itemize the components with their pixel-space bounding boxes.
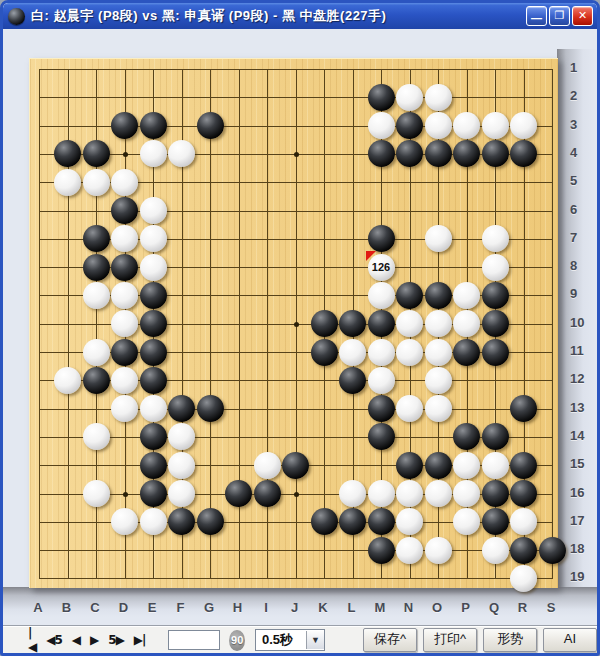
white-stone-C16 <box>83 480 110 507</box>
nav-first-button[interactable]: |◀ <box>25 624 39 656</box>
star-point <box>294 322 299 327</box>
row-label-12: 12 <box>570 371 584 386</box>
row-label-6: 6 <box>570 201 577 216</box>
black-stone-N9 <box>396 282 423 309</box>
col-label-C: C <box>90 600 99 615</box>
black-stone-O4 <box>425 140 452 167</box>
black-stone-L12 <box>339 367 366 394</box>
white-stone-M8: 126 <box>368 254 395 281</box>
col-label-G: G <box>204 600 214 615</box>
black-stone-M14 <box>368 423 395 450</box>
white-stone-N2 <box>396 84 423 111</box>
col-label-F: F <box>177 600 185 615</box>
nav-group: |◀◀5◀▶5▶▶| <box>25 624 148 656</box>
toolbar: |◀◀5◀▶5▶▶| 90 0.5秒 ▼ 保存^打印^形势AI <box>3 625 597 654</box>
row-label-1: 1 <box>570 60 577 75</box>
col-label-S: S <box>547 600 556 615</box>
white-stone-O12 <box>425 367 452 394</box>
white-stone-Q3 <box>482 112 509 139</box>
col-label-Q: Q <box>489 600 499 615</box>
black-stone-O15 <box>425 452 452 479</box>
black-stone-R4 <box>510 140 537 167</box>
row-label-14: 14 <box>570 428 584 443</box>
black-stone-M2 <box>368 84 395 111</box>
black-stone-E16 <box>140 480 167 507</box>
white-stone-E4 <box>140 140 167 167</box>
white-stone-M11 <box>368 339 395 366</box>
window-title: 白: 赵晨宇 (P8段) vs 黑: 申真谞 (P9段) - 黑 中盘胜(227… <box>31 7 526 25</box>
col-label-I: I <box>264 600 268 615</box>
white-stone-R17 <box>510 508 537 535</box>
action-buttons: 保存^打印^形势AI <box>363 628 597 652</box>
black-stone-L10 <box>339 310 366 337</box>
col-label-B: B <box>62 600 71 615</box>
white-stone-N13 <box>396 395 423 422</box>
white-stone-N11 <box>396 339 423 366</box>
row-label-2: 2 <box>570 88 577 103</box>
white-stone-F4 <box>168 140 195 167</box>
black-stone-N4 <box>396 140 423 167</box>
black-stone-K17 <box>311 508 338 535</box>
black-stone-L17 <box>339 508 366 535</box>
white-stone-P15 <box>453 452 480 479</box>
white-stone-M12 <box>368 367 395 394</box>
maximize-button[interactable]: ❐ <box>549 6 570 26</box>
white-stone-O13 <box>425 395 452 422</box>
go-board[interactable]: 126 <box>29 58 558 588</box>
white-stone-Q15 <box>482 452 509 479</box>
white-stone-P17 <box>453 508 480 535</box>
nav-back-button[interactable]: ◀ <box>69 631 83 649</box>
star-point <box>294 152 299 157</box>
col-label-K: K <box>318 600 327 615</box>
white-stone-N18 <box>396 537 423 564</box>
white-stone-E7 <box>140 225 167 252</box>
black-stone-P11 <box>453 339 480 366</box>
save-button[interactable]: 保存^ <box>363 628 417 652</box>
white-stone-N16 <box>396 480 423 507</box>
white-stone-N17 <box>396 508 423 535</box>
black-stone-Q11 <box>482 339 509 366</box>
black-stone-D6 <box>111 197 138 224</box>
black-stone-R13 <box>510 395 537 422</box>
white-stone-E8 <box>140 254 167 281</box>
white-stone-P3 <box>453 112 480 139</box>
row-label-18: 18 <box>570 541 584 556</box>
black-stone-E12 <box>140 367 167 394</box>
black-stone-M18 <box>368 537 395 564</box>
white-stone-Q7 <box>482 225 509 252</box>
white-stone-O7 <box>425 225 452 252</box>
black-stone-I16 <box>254 480 281 507</box>
delay-select-value: 0.5秒 <box>256 631 306 649</box>
black-stone-M4 <box>368 140 395 167</box>
black-stone-G13 <box>197 395 224 422</box>
black-stone-G3 <box>197 112 224 139</box>
white-stone-E17 <box>140 508 167 535</box>
black-stone-C12 <box>83 367 110 394</box>
star-point <box>123 492 128 497</box>
black-stone-Q14 <box>482 423 509 450</box>
white-stone-M3 <box>368 112 395 139</box>
col-label-E: E <box>148 600 157 615</box>
nav-forward-button[interactable]: ▶ <box>87 631 101 649</box>
white-stone-F16 <box>168 480 195 507</box>
white-stone-P16 <box>453 480 480 507</box>
titlebar: 白: 赵晨宇 (P8段) vs 黑: 申真谞 (P9段) - 黑 中盘胜(227… <box>3 3 597 29</box>
black-stone-J15 <box>282 452 309 479</box>
row-label-13: 13 <box>570 399 584 414</box>
white-stone-Q8 <box>482 254 509 281</box>
row-label-15: 15 <box>570 456 584 471</box>
black-stone-P14 <box>453 423 480 450</box>
white-stone-D5 <box>111 169 138 196</box>
delay-select[interactable]: 0.5秒 ▼ <box>255 629 325 651</box>
black-stone-M13 <box>368 395 395 422</box>
white-stone-B5 <box>54 169 81 196</box>
black-stone-E14 <box>140 423 167 450</box>
row-coordinate-gutter <box>557 49 597 617</box>
black-stone-G17 <box>197 508 224 535</box>
white-stone-I15 <box>254 452 281 479</box>
move-number-label: 126 <box>368 254 395 281</box>
white-stone-M16 <box>368 480 395 507</box>
black-stone-D8 <box>111 254 138 281</box>
white-stone-L11 <box>339 339 366 366</box>
col-label-M: M <box>375 600 386 615</box>
white-stone-D13 <box>111 395 138 422</box>
col-label-N: N <box>404 600 413 615</box>
row-label-7: 7 <box>570 230 577 245</box>
white-stone-O2 <box>425 84 452 111</box>
black-stone-F13 <box>168 395 195 422</box>
app-icon <box>8 8 25 25</box>
black-stone-M17 <box>368 508 395 535</box>
nav-back5-button[interactable]: ◀5 <box>43 631 65 649</box>
black-stone-H16 <box>225 480 252 507</box>
star-point <box>294 492 299 497</box>
black-stone-N3 <box>396 112 423 139</box>
white-stone-D9 <box>111 282 138 309</box>
nav-forward5-button[interactable]: 5▶ <box>105 631 127 649</box>
col-label-O: O <box>432 600 442 615</box>
black-stone-F17 <box>168 508 195 535</box>
black-stone-M10 <box>368 310 395 337</box>
white-stone-O18 <box>425 537 452 564</box>
situation-button[interactable]: 形势 <box>483 628 537 652</box>
white-stone-P10 <box>453 310 480 337</box>
black-stone-Q10 <box>482 310 509 337</box>
white-stone-L16 <box>339 480 366 507</box>
white-stone-C14 <box>83 423 110 450</box>
white-stone-D17 <box>111 508 138 535</box>
black-stone-R18 <box>510 537 537 564</box>
white-stone-F15 <box>168 452 195 479</box>
black-stone-Q17 <box>482 508 509 535</box>
row-label-5: 5 <box>570 173 577 188</box>
black-stone-M7 <box>368 225 395 252</box>
black-stone-C4 <box>83 140 110 167</box>
black-stone-E10 <box>140 310 167 337</box>
col-label-H: H <box>233 600 242 615</box>
black-stone-D3 <box>111 112 138 139</box>
black-stone-C7 <box>83 225 110 252</box>
white-stone-R19 <box>510 565 537 592</box>
row-label-3: 3 <box>570 116 577 131</box>
move-number-input[interactable] <box>168 630 220 650</box>
black-stone-Q16 <box>482 480 509 507</box>
row-label-10: 10 <box>570 314 584 329</box>
white-stone-M9 <box>368 282 395 309</box>
row-label-17: 17 <box>570 513 584 528</box>
black-stone-B4 <box>54 140 81 167</box>
row-label-19: 19 <box>570 569 584 584</box>
grid-line <box>39 550 553 551</box>
black-stone-D11 <box>111 339 138 366</box>
col-label-A: A <box>33 600 42 615</box>
white-stone-Q18 <box>482 537 509 564</box>
black-stone-R16 <box>510 480 537 507</box>
white-stone-N10 <box>396 310 423 337</box>
white-stone-O3 <box>425 112 452 139</box>
ai-button[interactable]: AI <box>543 628 597 652</box>
black-stone-K11 <box>311 339 338 366</box>
row-label-11: 11 <box>570 343 584 358</box>
black-stone-S18 <box>539 537 566 564</box>
black-stone-N15 <box>396 452 423 479</box>
white-stone-F14 <box>168 423 195 450</box>
white-stone-O11 <box>425 339 452 366</box>
col-label-P: P <box>461 600 470 615</box>
white-stone-O16 <box>425 480 452 507</box>
white-stone-D7 <box>111 225 138 252</box>
col-label-J: J <box>291 600 298 615</box>
row-label-8: 8 <box>570 258 577 273</box>
star-point <box>123 152 128 157</box>
white-stone-R3 <box>510 112 537 139</box>
black-stone-E9 <box>140 282 167 309</box>
print-button[interactable]: 打印^ <box>423 628 477 652</box>
row-label-9: 9 <box>570 286 577 301</box>
white-stone-E6 <box>140 197 167 224</box>
col-label-L: L <box>348 600 356 615</box>
col-label-R: R <box>518 600 527 615</box>
black-stone-E3 <box>140 112 167 139</box>
black-stone-C8 <box>83 254 110 281</box>
white-stone-D12 <box>111 367 138 394</box>
black-stone-Q9 <box>482 282 509 309</box>
col-label-D: D <box>119 600 128 615</box>
black-stone-E15 <box>140 452 167 479</box>
row-label-4: 4 <box>570 145 577 160</box>
minimize-button[interactable]: — <box>526 6 547 26</box>
grid-line <box>39 578 553 579</box>
white-stone-E13 <box>140 395 167 422</box>
black-stone-Q4 <box>482 140 509 167</box>
black-stone-E11 <box>140 339 167 366</box>
black-stone-P4 <box>453 140 480 167</box>
nav-last-button[interactable]: ▶| <box>131 631 149 649</box>
white-stone-C5 <box>83 169 110 196</box>
white-stone-B12 <box>54 367 81 394</box>
move-count-badge: 90 <box>229 630 245 651</box>
white-stone-O10 <box>425 310 452 337</box>
white-stone-C9 <box>83 282 110 309</box>
black-stone-K10 <box>311 310 338 337</box>
chevron-down-icon[interactable]: ▼ <box>306 631 324 649</box>
row-label-16: 16 <box>570 484 584 499</box>
black-stone-R15 <box>510 452 537 479</box>
close-button[interactable]: ✕ <box>572 6 593 26</box>
app-window: 白: 赵晨宇 (P8段) vs 黑: 申真谞 (P9段) - 黑 中盘胜(227… <box>0 0 600 656</box>
white-stone-P9 <box>453 282 480 309</box>
white-stone-C11 <box>83 339 110 366</box>
white-stone-D10 <box>111 310 138 337</box>
black-stone-O9 <box>425 282 452 309</box>
grid-line <box>552 69 553 579</box>
